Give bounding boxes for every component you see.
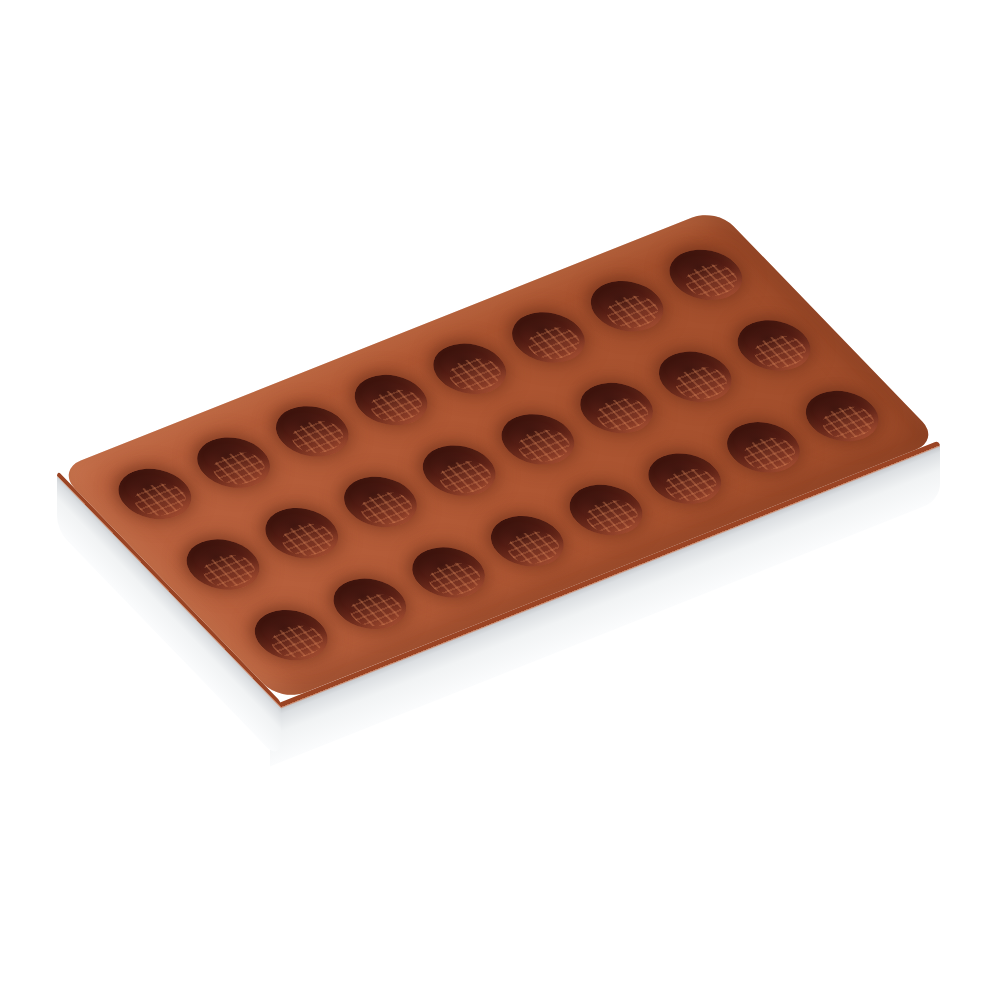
board-photo-scene	[0, 0, 1000, 1000]
